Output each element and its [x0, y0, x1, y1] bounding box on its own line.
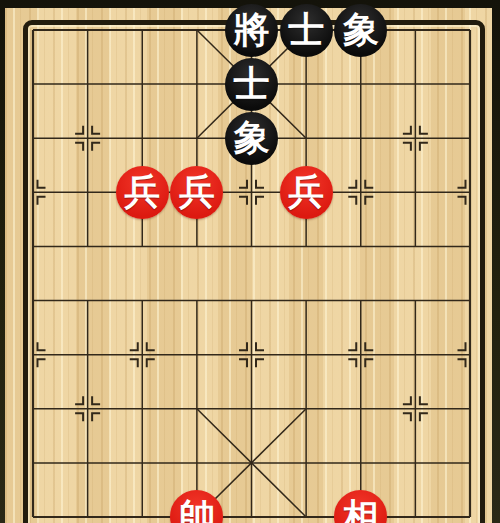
- piece-red-pawn-3[interactable]: 兵: [280, 166, 333, 219]
- piece-black-advisor-1[interactable]: 士: [280, 4, 333, 57]
- piece-black-general[interactable]: 將: [225, 4, 278, 57]
- xiangqi-app-screen: 將士象士象兵兵兵帥相: [0, 0, 500, 523]
- piece-red-elephant[interactable]: 相: [334, 490, 387, 523]
- piece-red-pawn-2[interactable]: 兵: [170, 166, 223, 219]
- piece-black-elephant-2[interactable]: 象: [225, 112, 278, 165]
- pieces-layer: 將士象士象兵兵兵帥相: [0, 0, 500, 523]
- piece-black-elephant-1[interactable]: 象: [334, 4, 387, 57]
- piece-black-advisor-2[interactable]: 士: [225, 58, 278, 111]
- piece-red-pawn-1[interactable]: 兵: [116, 166, 169, 219]
- piece-red-general[interactable]: 帥: [170, 490, 223, 523]
